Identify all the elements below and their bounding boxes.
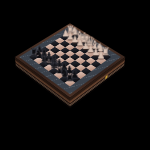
- board-wood-frame: ♜♞♝♚♛♝♞♜♟♟♟♟♟♟♟♟♟♟♟♟♟♟♟♟♜♞♝♚♛♝♞♜: [15, 23, 125, 97]
- square-a7: ♟: [70, 75, 81, 83]
- brass-latch-icon: [105, 75, 107, 79]
- chess-set-scene: ♜♞♝♚♛♝♞♜♟♟♟♟♟♟♟♟♟♟♟♟♟♟♟♟♜♞♝♚♛♝♞♜: [31, 18, 109, 96]
- wooden-box: ♜♞♝♚♛♝♞♜♟♟♟♟♟♟♟♟♟♟♟♟♟♟♟♟♜♞♝♚♛♝♞♜: [15, 23, 125, 97]
- piece-white-rook: ♜: [62, 25, 77, 35]
- square-a4: [86, 64, 97, 71]
- square-b1: ♞: [95, 50, 105, 57]
- board-marble-margin: ♜♞♝♚♛♝♞♜♟♟♟♟♟♟♟♟♟♟♟♟♟♟♟♟♜♞♝♚♛♝♞♜: [19, 26, 121, 95]
- piece-black-rook: ♜: [26, 47, 42, 58]
- photo-stage: ♜♞♝♚♛♝♞♜♟♟♟♟♟♟♟♟♟♟♟♟♟♟♟♟♜♞♝♚♛♝♞♜: [0, 0, 150, 150]
